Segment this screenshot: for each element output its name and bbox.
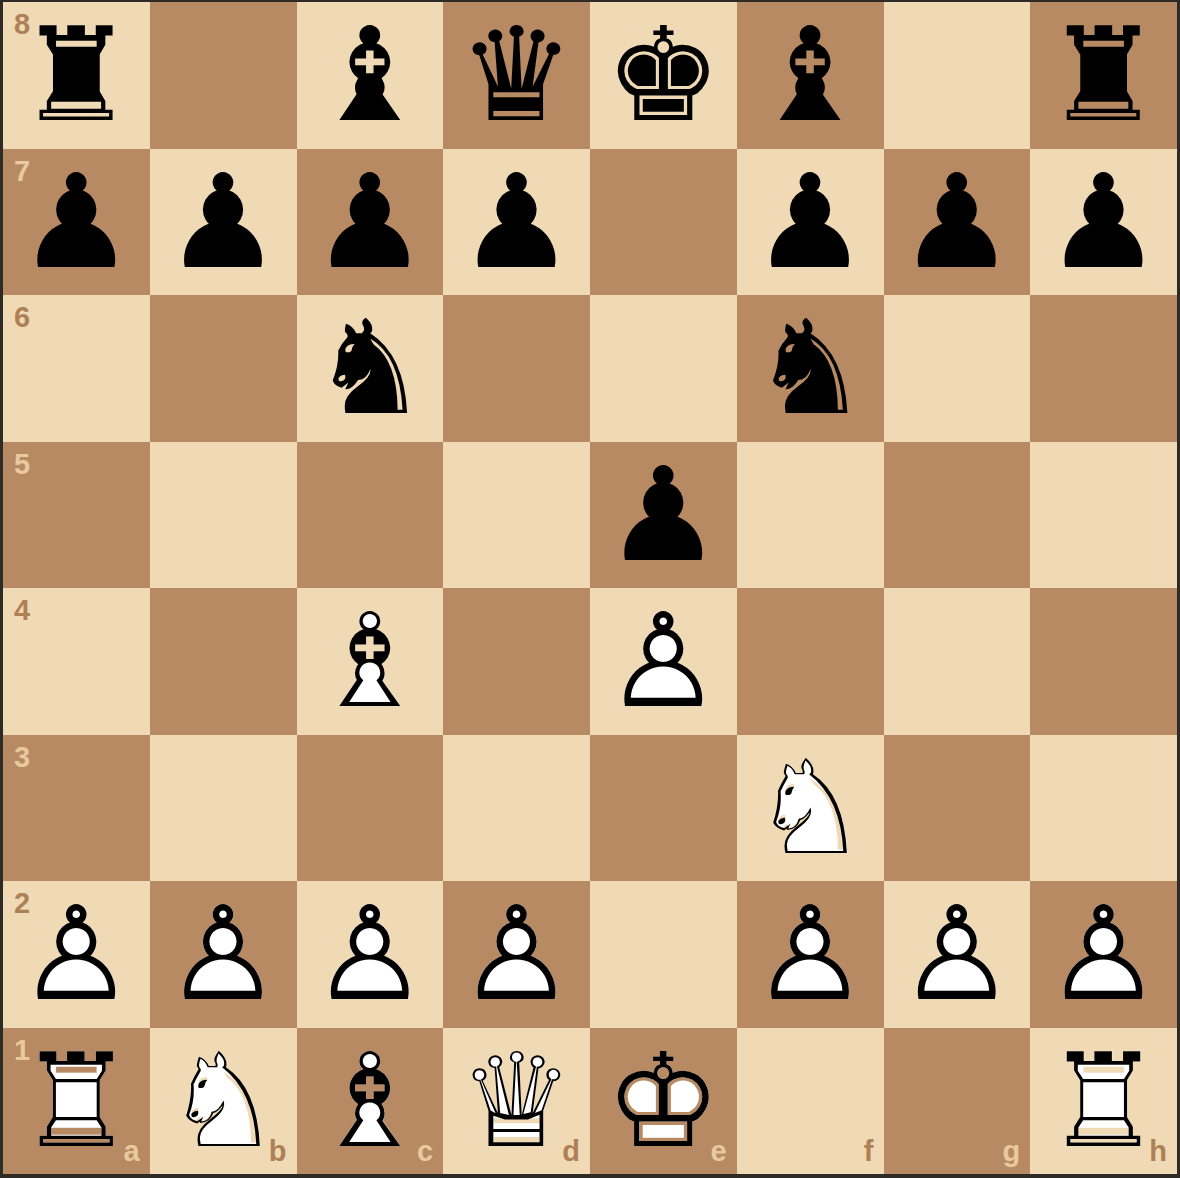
- square-d2[interactable]: ♟♙: [443, 881, 590, 1028]
- rank-label-3: 3: [14, 743, 30, 772]
- piece-white-king[interactable]: ♚♔: [590, 1028, 737, 1175]
- piece-black-pawn[interactable]: ♟: [884, 149, 1031, 296]
- file-label-f: f: [864, 1137, 874, 1166]
- piece-white-queen[interactable]: ♛♕: [443, 1028, 590, 1175]
- square-c7[interactable]: ♟: [297, 149, 444, 296]
- square-f2[interactable]: ♟♙: [737, 881, 884, 1028]
- square-c6[interactable]: ♞: [297, 295, 444, 442]
- piece-black-knight[interactable]: ♞: [297, 295, 444, 442]
- black-piece-glyph: ♞: [297, 295, 444, 442]
- square-c2[interactable]: ♟♙: [297, 881, 444, 1028]
- square-a5[interactable]: 5: [3, 442, 150, 589]
- white-piece-outline-glyph: ♖: [1030, 1028, 1177, 1175]
- piece-white-knight[interactable]: ♞♘: [150, 1028, 297, 1175]
- white-piece-outline-glyph: ♗: [297, 1028, 444, 1175]
- square-a3[interactable]: 3: [3, 735, 150, 882]
- black-piece-glyph: ♚: [590, 2, 737, 149]
- white-piece-outline-glyph: ♘: [737, 735, 884, 882]
- square-c1[interactable]: ♝♗c: [297, 1028, 444, 1175]
- square-h8[interactable]: ♜: [1030, 2, 1177, 149]
- white-piece-outline-glyph: ♔: [590, 1028, 737, 1175]
- piece-black-pawn[interactable]: ♟: [3, 149, 150, 296]
- piece-white-rook[interactable]: ♜♖: [1030, 1028, 1177, 1175]
- square-a6[interactable]: 6: [3, 295, 150, 442]
- piece-white-bishop[interactable]: ♝♗: [297, 588, 444, 735]
- black-piece-glyph: ♟: [884, 149, 1031, 296]
- board-frame: ♜8♝♛♚♝♜♟7♟♟♟♟♟♟6♞♞5♟4♝♗♟♙3♞♘♟♙2♟♙♟♙♟♙♟♙♟…: [0, 0, 1180, 1178]
- piece-white-bishop[interactable]: ♝♗: [297, 1028, 444, 1175]
- piece-black-pawn[interactable]: ♟: [443, 149, 590, 296]
- square-a7[interactable]: ♟7: [3, 149, 150, 296]
- piece-black-pawn[interactable]: ♟: [590, 442, 737, 589]
- piece-white-knight[interactable]: ♞♘: [737, 735, 884, 882]
- black-piece-glyph: ♟: [590, 442, 737, 589]
- square-c3[interactable]: [297, 735, 444, 882]
- square-d6[interactable]: [443, 295, 590, 442]
- square-c5[interactable]: [297, 442, 444, 589]
- black-piece-glyph: ♝: [737, 2, 884, 149]
- square-d5[interactable]: [443, 442, 590, 589]
- piece-black-bishop[interactable]: ♝: [297, 2, 444, 149]
- chess-board: ♜8♝♛♚♝♜♟7♟♟♟♟♟♟6♞♞5♟4♝♗♟♙3♞♘♟♙2♟♙♟♙♟♙♟♙♟…: [3, 2, 1177, 1174]
- white-piece-outline-glyph: ♖: [3, 1028, 150, 1175]
- piece-white-pawn[interactable]: ♟♙: [1030, 881, 1177, 1028]
- square-b5[interactable]: [150, 442, 297, 589]
- piece-black-pawn[interactable]: ♟: [1030, 149, 1177, 296]
- white-piece-outline-glyph: ♘: [150, 1028, 297, 1175]
- piece-white-pawn[interactable]: ♟♙: [590, 588, 737, 735]
- square-h5[interactable]: [1030, 442, 1177, 589]
- square-h3[interactable]: [1030, 735, 1177, 882]
- white-piece-outline-glyph: ♙: [443, 881, 590, 1028]
- rank-label-5: 5: [14, 450, 30, 479]
- square-e5[interactable]: ♟: [590, 442, 737, 589]
- square-e4[interactable]: ♟♙: [590, 588, 737, 735]
- black-piece-glyph: ♞: [737, 295, 884, 442]
- piece-black-rook[interactable]: ♜: [1030, 2, 1177, 149]
- rank-label-6: 6: [14, 303, 30, 332]
- square-d4[interactable]: [443, 588, 590, 735]
- square-a1[interactable]: ♜♖1a: [3, 1028, 150, 1175]
- piece-white-rook[interactable]: ♜♖: [3, 1028, 150, 1175]
- square-e2[interactable]: [590, 881, 737, 1028]
- square-e8[interactable]: ♚: [590, 2, 737, 149]
- black-piece-glyph: ♟: [1030, 149, 1177, 296]
- square-b2[interactable]: ♟♙: [150, 881, 297, 1028]
- square-a2[interactable]: ♟♙2: [3, 881, 150, 1028]
- square-e3[interactable]: [590, 735, 737, 882]
- piece-black-pawn[interactable]: ♟: [297, 149, 444, 296]
- square-g7[interactable]: ♟: [884, 149, 1031, 296]
- piece-black-pawn[interactable]: ♟: [737, 149, 884, 296]
- piece-black-knight[interactable]: ♞: [737, 295, 884, 442]
- piece-black-king[interactable]: ♚: [590, 2, 737, 149]
- square-c4[interactable]: ♝♗: [297, 588, 444, 735]
- piece-black-bishop[interactable]: ♝: [737, 2, 884, 149]
- black-piece-glyph: ♟: [150, 149, 297, 296]
- square-g8[interactable]: [884, 2, 1031, 149]
- square-h1[interactable]: ♜♖h: [1030, 1028, 1177, 1175]
- white-piece-outline-glyph: ♙: [737, 881, 884, 1028]
- black-piece-glyph: ♛: [443, 2, 590, 149]
- square-e7[interactable]: [590, 149, 737, 296]
- square-f3[interactable]: ♞♘: [737, 735, 884, 882]
- square-d1[interactable]: ♛♕d: [443, 1028, 590, 1175]
- square-g6[interactable]: [884, 295, 1031, 442]
- square-h6[interactable]: [1030, 295, 1177, 442]
- square-f8[interactable]: ♝: [737, 2, 884, 149]
- square-h4[interactable]: [1030, 588, 1177, 735]
- square-a4[interactable]: 4: [3, 588, 150, 735]
- piece-black-pawn[interactable]: ♟: [150, 149, 297, 296]
- black-piece-glyph: ♝: [297, 2, 444, 149]
- rank-label-4: 4: [14, 596, 30, 625]
- square-e6[interactable]: [590, 295, 737, 442]
- square-b6[interactable]: [150, 295, 297, 442]
- black-piece-glyph: ♜: [1030, 2, 1177, 149]
- square-b3[interactable]: [150, 735, 297, 882]
- piece-white-pawn[interactable]: ♟♙: [297, 881, 444, 1028]
- square-a8[interactable]: ♜8: [3, 2, 150, 149]
- square-b8[interactable]: [150, 2, 297, 149]
- white-piece-outline-glyph: ♕: [443, 1028, 590, 1175]
- white-piece-outline-glyph: ♗: [297, 588, 444, 735]
- square-c8[interactable]: ♝: [297, 2, 444, 149]
- black-piece-glyph: ♟: [297, 149, 444, 296]
- square-f5[interactable]: [737, 442, 884, 589]
- white-piece-outline-glyph: ♙: [297, 881, 444, 1028]
- file-label-g: g: [1003, 1137, 1021, 1166]
- white-piece-outline-glyph: ♙: [3, 881, 150, 1028]
- square-b7[interactable]: ♟: [150, 149, 297, 296]
- piece-black-rook[interactable]: ♜: [3, 2, 150, 149]
- square-d3[interactable]: [443, 735, 590, 882]
- square-f4[interactable]: [737, 588, 884, 735]
- white-piece-outline-glyph: ♙: [884, 881, 1031, 1028]
- black-piece-glyph: ♟: [737, 149, 884, 296]
- square-h7[interactable]: ♟: [1030, 149, 1177, 296]
- square-h2[interactable]: ♟♙: [1030, 881, 1177, 1028]
- square-e1[interactable]: ♚♔e: [590, 1028, 737, 1175]
- piece-white-pawn[interactable]: ♟♙: [884, 881, 1031, 1028]
- square-d7[interactable]: ♟: [443, 149, 590, 296]
- black-piece-glyph: ♟: [3, 149, 150, 296]
- square-f6[interactable]: ♞: [737, 295, 884, 442]
- piece-white-pawn[interactable]: ♟♙: [150, 881, 297, 1028]
- square-b4[interactable]: [150, 588, 297, 735]
- white-piece-outline-glyph: ♙: [1030, 881, 1177, 1028]
- square-b1[interactable]: ♞♘b: [150, 1028, 297, 1175]
- square-g2[interactable]: ♟♙: [884, 881, 1031, 1028]
- square-f7[interactable]: ♟: [737, 149, 884, 296]
- piece-white-pawn[interactable]: ♟♙: [443, 881, 590, 1028]
- square-f1[interactable]: f: [737, 1028, 884, 1175]
- piece-black-queen[interactable]: ♛: [443, 2, 590, 149]
- square-g1[interactable]: g: [884, 1028, 1031, 1175]
- piece-white-pawn[interactable]: ♟♙: [737, 881, 884, 1028]
- white-piece-outline-glyph: ♙: [150, 881, 297, 1028]
- piece-white-pawn[interactable]: ♟♙: [3, 881, 150, 1028]
- square-d8[interactable]: ♛: [443, 2, 590, 149]
- square-g4[interactable]: [884, 588, 1031, 735]
- square-g3[interactable]: [884, 735, 1031, 882]
- white-piece-outline-glyph: ♙: [590, 588, 737, 735]
- black-piece-glyph: ♟: [443, 149, 590, 296]
- square-g5[interactable]: [884, 442, 1031, 589]
- black-piece-glyph: ♜: [3, 2, 150, 149]
